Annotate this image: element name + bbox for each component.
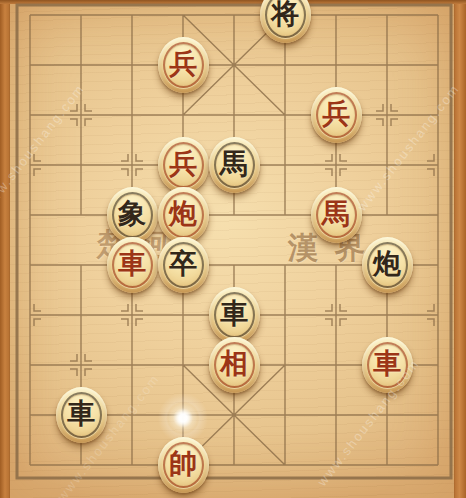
black-chariot[interactable]: 車	[56, 387, 107, 443]
board-point: 兵	[158, 140, 209, 190]
board-point: 相	[209, 340, 260, 390]
black-horse[interactable]: 馬	[209, 137, 260, 193]
piece-glyph: 相	[220, 350, 248, 378]
piece-glyph: 将	[271, 0, 299, 28]
red-soldier[interactable]: 兵	[158, 137, 209, 193]
piece-glyph: 卒	[169, 250, 197, 278]
black-cannon[interactable]: 炮	[362, 237, 413, 293]
board-point: 車	[56, 390, 107, 440]
board-point: 帥	[158, 440, 209, 490]
board-point: 馬	[311, 190, 362, 240]
piece-glyph: 兵	[169, 50, 197, 78]
board-point: 車	[209, 290, 260, 340]
piece-glyph: 帥	[169, 450, 197, 478]
black-chariot[interactable]: 車	[209, 287, 260, 343]
red-chariot[interactable]: 車	[362, 337, 413, 393]
piece-layer: 将兵兵兵馬象炮馬車卒炮車相車車帥	[5, 0, 464, 490]
board-point: 象	[107, 190, 158, 240]
red-general[interactable]: 帥	[158, 437, 209, 493]
piece-glyph: 車	[67, 400, 95, 428]
piece-glyph: 車	[118, 250, 146, 278]
board-point: 車	[362, 340, 413, 390]
piece-glyph: 馬	[322, 200, 350, 228]
board-point: 兵	[311, 90, 362, 140]
board-point: 車	[107, 240, 158, 290]
red-soldier[interactable]: 兵	[158, 37, 209, 93]
black-soldier[interactable]: 卒	[158, 237, 209, 293]
red-chariot[interactable]: 車	[107, 237, 158, 293]
piece-glyph: 兵	[169, 150, 197, 178]
piece-glyph: 炮	[169, 200, 197, 228]
black-general[interactable]: 将	[260, 0, 311, 43]
red-horse[interactable]: 馬	[311, 187, 362, 243]
board-point: 馬	[209, 140, 260, 190]
piece-glyph: 馬	[220, 150, 248, 178]
red-soldier[interactable]: 兵	[311, 87, 362, 143]
piece-glyph: 車	[373, 350, 401, 378]
xiangqi-board: 楚河 漢界 将兵兵兵馬象炮馬車卒炮車相車車帥 www.shoushang.com…	[0, 0, 466, 498]
black-elephant[interactable]: 象	[107, 187, 158, 243]
board-point: 将	[260, 0, 311, 40]
piece-glyph: 象	[118, 200, 146, 228]
board-point: 兵	[158, 40, 209, 90]
board-point: 炮	[158, 190, 209, 240]
piece-glyph: 兵	[322, 100, 350, 128]
piece-glyph: 炮	[373, 250, 401, 278]
piece-glyph: 車	[220, 300, 248, 328]
red-cannon[interactable]: 炮	[158, 187, 209, 243]
board-point: 卒	[158, 240, 209, 290]
red-elephant[interactable]: 相	[209, 337, 260, 393]
board-point: 炮	[362, 240, 413, 290]
